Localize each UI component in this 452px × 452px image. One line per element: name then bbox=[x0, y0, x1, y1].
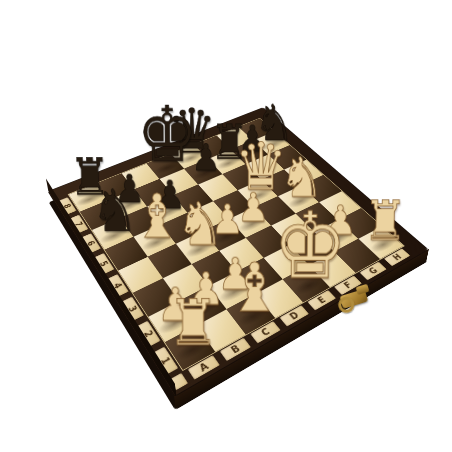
chess-set-photo: ♜♚♛♟♟♜♟♞♞♟♝♛♞♟♟♞♟♟♟♟♜♝♚♜ 12345678ABCDEFG… bbox=[0, 0, 452, 452]
white-rook-h1[interactable]: ♜ bbox=[363, 196, 408, 245]
black-king-d8[interactable]: ♚ bbox=[137, 100, 198, 169]
square-a1[interactable]: ♜ bbox=[165, 325, 215, 369]
white-bishop-c1[interactable]: ♝ bbox=[227, 257, 282, 318]
black-knight-a6[interactable]: ♞ bbox=[91, 185, 138, 237]
white-knight-c4[interactable]: ♞ bbox=[176, 197, 224, 250]
white-king-e1[interactable]: ♚ bbox=[273, 204, 348, 287]
white-rook-a1[interactable]: ♜ bbox=[167, 295, 219, 352]
clasp-lever bbox=[356, 284, 370, 295]
white-bishop-b5[interactable]: ♝ bbox=[132, 189, 181, 244]
board-grid: ♜♚♛♟♟♜♟♞♞♟♝♛♞♟♟♞♟♟♟♟♜♝♚♜ bbox=[69, 119, 404, 370]
chess-board: ♜♚♛♟♟♜♟♞♞♟♝♛♞♟♟♞♟♟♟♟♜♝♚♜ 12345678ABCDEFG… bbox=[49, 108, 428, 396]
black-pawn-e7[interactable]: ♟ bbox=[191, 141, 220, 174]
